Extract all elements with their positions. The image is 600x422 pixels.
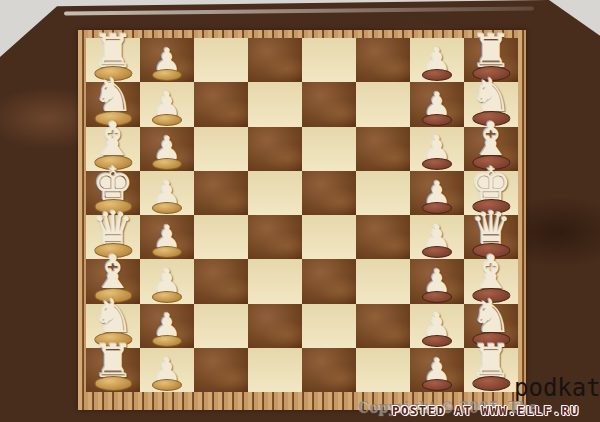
piece-black-pawn: ♟ [422,134,452,169]
square-d7: ♟ [410,215,464,259]
square-h3 [194,38,248,82]
white-piece-base [152,379,182,391]
white-pawn-figure: ♟ [153,46,182,75]
black-pawn-figure: ♟ [423,267,452,296]
black-piece-base [472,288,510,303]
square-e3 [194,171,248,215]
square-f1: ♝ [86,127,140,171]
black-piece-base [472,155,510,170]
square-g2: ♟ [140,82,194,126]
square-c4 [248,259,302,303]
square-a1: ♜ [86,348,140,392]
white-piece-base [94,66,132,81]
square-a3 [194,348,248,392]
square-c5 [302,259,356,303]
piece-white-knight: ♞ [92,295,133,346]
square-b1: ♞ [86,304,140,348]
black-piece-base [422,246,452,258]
white-piece-base [94,332,132,347]
black-piece-base [422,379,452,391]
black-piece-base [472,66,510,81]
square-a8: ♜ [464,348,518,392]
white-piece-base [94,243,132,258]
square-c3 [194,259,248,303]
white-piece-base [152,158,182,170]
black-piece-base [472,332,510,347]
square-f6 [356,127,410,171]
square-e7: ♟ [410,171,464,215]
square-g8: ♞ [464,82,518,126]
square-h5 [302,38,356,82]
square-d5 [302,215,356,259]
piece-white-pawn: ♟ [152,46,182,81]
black-pawn-figure: ♟ [423,90,452,119]
black-piece-base [422,202,452,214]
piece-black-knight: ♞ [470,295,511,346]
white-piece-base [152,202,182,214]
square-g7: ♟ [410,82,464,126]
piece-white-pawn: ♟ [152,134,182,169]
square-g3 [194,82,248,126]
piece-white-king: ♚ [92,163,133,214]
white-pawn-figure: ♟ [153,90,182,119]
square-f8: ♝ [464,127,518,171]
white-pawn-figure: ♟ [153,267,182,296]
square-b5 [302,304,356,348]
white-piece-base [152,69,182,81]
piece-black-pawn: ♟ [422,90,452,125]
square-b3 [194,304,248,348]
black-piece-base [422,114,452,126]
square-h4 [248,38,302,82]
square-h7: ♟ [410,38,464,82]
black-piece-base [422,335,452,347]
white-piece-base [94,155,132,170]
square-c8: ♝ [464,259,518,303]
black-piece-base [422,69,452,81]
piece-white-bishop: ♝ [92,118,133,169]
square-d3 [194,215,248,259]
square-d1: ♛ [86,215,140,259]
white-pawn-figure: ♟ [153,223,182,252]
white-piece-base [152,335,182,347]
piece-white-rook: ♜ [92,30,133,81]
piece-black-queen: ♛ [470,207,511,258]
square-g5 [302,82,356,126]
square-f2: ♟ [140,127,194,171]
white-pawn-figure: ♟ [153,179,182,208]
square-b8: ♞ [464,304,518,348]
square-f4 [248,127,302,171]
black-piece-base [472,376,510,391]
piece-white-queen: ♛ [92,207,133,258]
square-a2: ♟ [140,348,194,392]
piece-white-pawn: ♟ [152,179,182,214]
square-b7: ♟ [410,304,464,348]
square-e5 [302,171,356,215]
square-f7: ♟ [410,127,464,171]
black-pawn-figure: ♟ [423,223,452,252]
square-d2: ♟ [140,215,194,259]
black-pawn-figure: ♟ [423,311,452,340]
black-piece-base [422,158,452,170]
square-e2: ♟ [140,171,194,215]
piece-white-pawn: ♟ [152,311,182,346]
white-piece-base [94,199,132,214]
white-piece-base [152,246,182,258]
square-e8: ♚ [464,171,518,215]
white-piece-base [152,114,182,126]
black-pawn-figure: ♟ [423,356,452,385]
square-f5 [302,127,356,171]
white-piece-base [94,111,132,126]
square-e1: ♚ [86,171,140,215]
piece-black-pawn: ♟ [422,267,452,302]
black-piece-base [472,243,510,258]
black-pawn-figure: ♟ [423,179,452,208]
black-piece-base [472,199,510,214]
piece-black-knight: ♞ [470,74,511,125]
podkat-logo: podkat ru [514,372,600,403]
square-g4 [248,82,302,126]
square-h2: ♟ [140,38,194,82]
piece-white-pawn: ♟ [152,356,182,391]
square-e4 [248,171,302,215]
posted-watermark: POSTED AT WWW.ELLF.RU [392,403,579,418]
square-g6 [356,82,410,126]
white-pawn-figure: ♟ [153,356,182,385]
square-c1: ♝ [86,259,140,303]
square-f3 [194,127,248,171]
piece-white-rook: ♜ [92,340,133,391]
square-d4 [248,215,302,259]
piece-black-rook: ♜ [470,30,511,81]
square-d8: ♛ [464,215,518,259]
black-pawn-figure: ♟ [423,46,452,75]
square-c6 [356,259,410,303]
square-a7: ♟ [410,348,464,392]
square-b6 [356,304,410,348]
piece-black-rook: ♜ [470,340,511,391]
piece-black-pawn: ♟ [422,223,452,258]
chessboard-photo: ♜♟♟♜♞♟♟♞♝♟♟♝♚♟♟♚♛♟♟♛♝♟♟♝♞♟♟♞♜♟♟♜ Copyrig… [0,0,600,422]
square-h8: ♜ [464,38,518,82]
black-piece-base [422,291,452,303]
piece-black-bishop: ♝ [470,118,511,169]
square-h1: ♜ [86,38,140,82]
white-pawn-figure: ♟ [153,311,182,340]
square-d6 [356,215,410,259]
white-piece-base [152,291,182,303]
square-h6 [356,38,410,82]
square-e6 [356,171,410,215]
square-b2: ♟ [140,304,194,348]
piece-black-bishop: ♝ [470,251,511,302]
piece-black-pawn: ♟ [422,356,452,391]
white-piece-base [94,376,132,391]
square-c7: ♟ [410,259,464,303]
piece-black-pawn: ♟ [422,179,452,214]
black-pawn-figure: ♟ [423,134,452,163]
square-g1: ♞ [86,82,140,126]
podkat-logo-text: podkat [514,374,600,402]
white-pawn-figure: ♟ [153,134,182,163]
square-c2: ♟ [140,259,194,303]
black-piece-base [472,111,510,126]
square-a5 [302,348,356,392]
piece-black-pawn: ♟ [422,46,452,81]
white-piece-base [94,288,132,303]
piece-black-pawn: ♟ [422,311,452,346]
square-a6 [356,348,410,392]
piece-white-pawn: ♟ [152,267,182,302]
piece-white-pawn: ♟ [152,223,182,258]
piece-white-pawn: ♟ [152,90,182,125]
piece-white-bishop: ♝ [92,251,133,302]
square-b4 [248,304,302,348]
square-a4 [248,348,302,392]
piece-black-king: ♚ [470,163,511,214]
piece-white-knight: ♞ [92,74,133,125]
chess-board: ♜♟♟♜♞♟♟♞♝♟♟♝♚♟♟♚♛♟♟♛♝♟♟♝♞♟♟♞♜♟♟♜ [86,38,518,392]
